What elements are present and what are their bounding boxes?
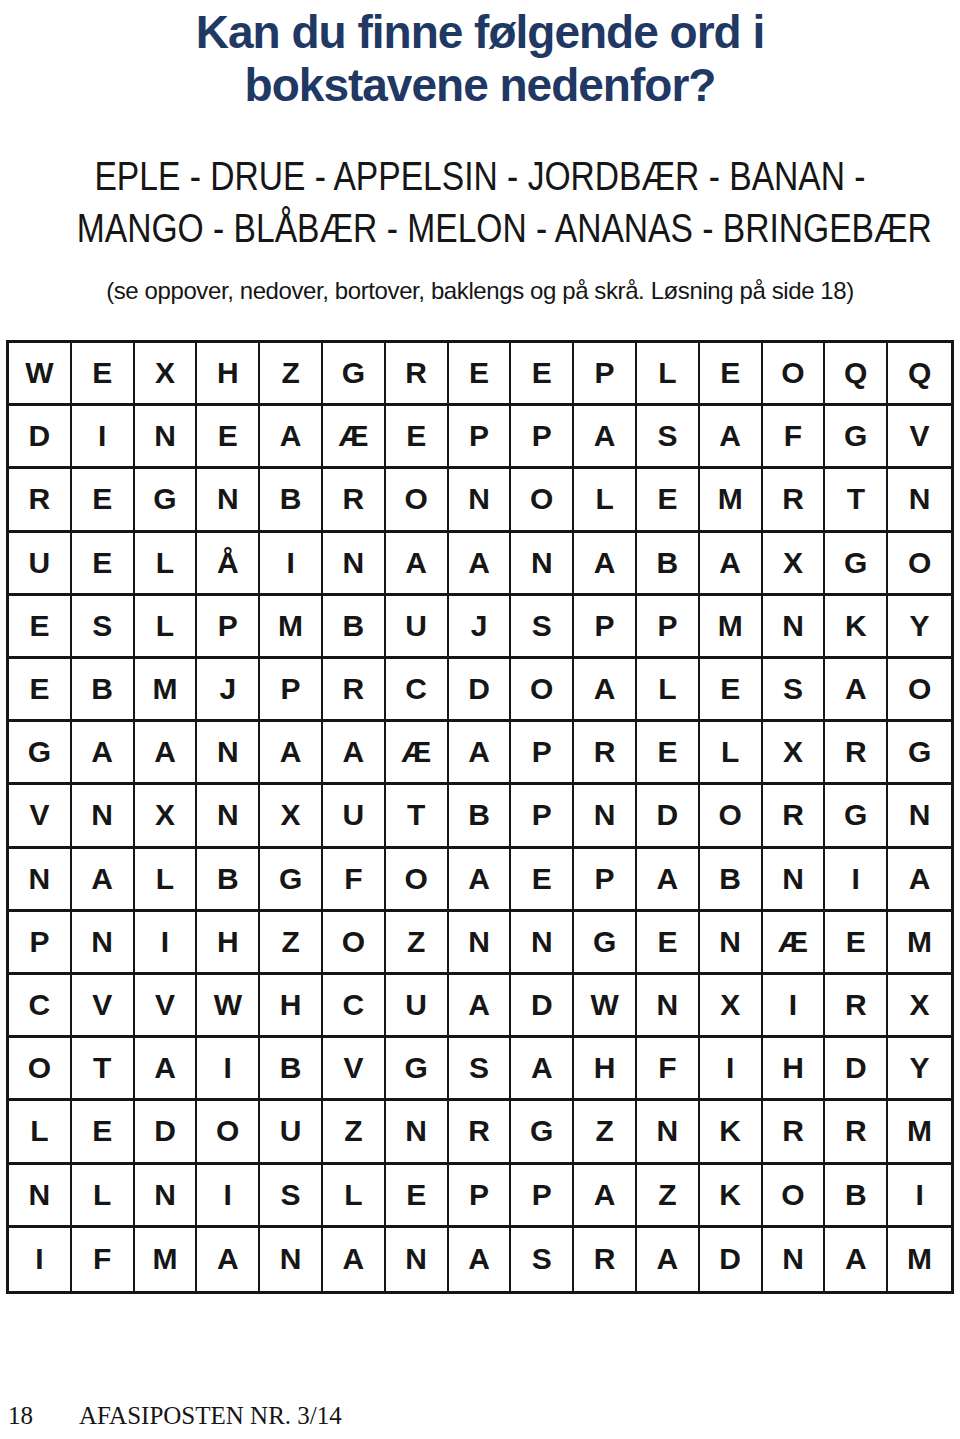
grid-cell-r1c1: W — [9, 343, 72, 406]
grid-cell-r7c1: G — [9, 722, 72, 785]
grid-cell-r11c3: V — [135, 975, 198, 1038]
grid-cell-r5c12: M — [700, 596, 763, 659]
grid-cell-r3c1: R — [9, 469, 72, 532]
grid-cell-r4c10: A — [574, 533, 637, 596]
grid-cell-r6c13: S — [763, 659, 826, 722]
grid-cell-r6c7: C — [386, 659, 449, 722]
grid-cell-r12c2: T — [72, 1038, 135, 1101]
grid-cell-r14c10: A — [574, 1165, 637, 1228]
grid-cell-r11c8: A — [449, 975, 512, 1038]
grid-cell-r9c8: A — [449, 849, 512, 912]
grid-cell-r1c13: O — [763, 343, 826, 406]
grid-cell-r1c6: G — [323, 343, 386, 406]
grid-cell-r5c1: E — [9, 596, 72, 659]
grid-cell-r14c12: K — [700, 1165, 763, 1228]
grid-cell-r3c6: R — [323, 469, 386, 532]
grid-cell-r13c1: L — [9, 1101, 72, 1164]
grid-cell-r6c4: J — [197, 659, 260, 722]
grid-cell-r2c15: V — [888, 406, 951, 469]
grid-cell-r2c14: G — [825, 406, 888, 469]
grid-cell-r12c7: G — [386, 1038, 449, 1101]
grid-cell-r4c5: I — [260, 533, 323, 596]
grid-cell-r9c15: A — [888, 849, 951, 912]
grid-cell-r8c10: N — [574, 785, 637, 848]
grid-cell-r10c11: E — [637, 912, 700, 975]
grid-cell-r10c6: O — [323, 912, 386, 975]
grid-cell-r8c3: X — [135, 785, 198, 848]
grid-cell-r5c5: M — [260, 596, 323, 659]
grid-cell-r7c8: A — [449, 722, 512, 785]
grid-cell-r5c9: S — [511, 596, 574, 659]
grid-cell-r13c9: G — [511, 1101, 574, 1164]
grid-cell-r8c1: V — [9, 785, 72, 848]
grid-cell-r7c9: P — [511, 722, 574, 785]
grid-cell-r1c8: E — [449, 343, 512, 406]
grid-cell-r6c15: O — [888, 659, 951, 722]
grid-cell-r15c11: A — [637, 1228, 700, 1291]
grid-cell-r5c2: S — [72, 596, 135, 659]
grid-cell-r14c1: N — [9, 1165, 72, 1228]
grid-cell-r2c11: S — [637, 406, 700, 469]
grid-cell-r14c9: P — [511, 1165, 574, 1228]
grid-cell-r14c15: I — [888, 1165, 951, 1228]
grid-cell-r5c4: P — [197, 596, 260, 659]
grid-cell-r11c13: I — [763, 975, 826, 1038]
grid-cell-r15c10: R — [574, 1228, 637, 1291]
grid-cell-r15c9: S — [511, 1228, 574, 1291]
grid-cell-r7c14: R — [825, 722, 888, 785]
grid-cell-r7c4: N — [197, 722, 260, 785]
grid-cell-r11c1: C — [9, 975, 72, 1038]
word-search-grid: WEXHZGREEPLEOQQDINEAÆEPPASAFGVREGNBRONOL… — [6, 340, 954, 1294]
grid-cell-r2c7: E — [386, 406, 449, 469]
grid-cell-r2c13: F — [763, 406, 826, 469]
grid-cell-r11c4: W — [197, 975, 260, 1038]
grid-cell-r1c9: E — [511, 343, 574, 406]
grid-cell-r13c12: K — [700, 1101, 763, 1164]
grid-cell-r13c11: N — [637, 1101, 700, 1164]
grid-cell-r5c3: L — [135, 596, 198, 659]
grid-cell-r1c10: P — [574, 343, 637, 406]
grid-cell-r6c10: A — [574, 659, 637, 722]
grid-cell-r2c8: P — [449, 406, 512, 469]
grid-cell-r10c13: Æ — [763, 912, 826, 975]
grid-cell-r10c4: H — [197, 912, 260, 975]
grid-cell-r1c12: E — [700, 343, 763, 406]
footer-page-number: 18 — [8, 1402, 33, 1430]
grid-cell-r4c11: B — [637, 533, 700, 596]
grid-cell-r7c6: A — [323, 722, 386, 785]
grid-cell-r10c12: N — [700, 912, 763, 975]
word-list-line-1: EPLE - DRUE - APPELSIN - JORDBÆR - BANAN… — [77, 150, 883, 202]
grid-cell-r1c2: E — [72, 343, 135, 406]
grid-cell-r6c8: D — [449, 659, 512, 722]
grid-cell-r10c5: Z — [260, 912, 323, 975]
grid-cell-r9c3: L — [135, 849, 198, 912]
grid-cell-r11c15: X — [888, 975, 951, 1038]
grid-cell-r12c10: H — [574, 1038, 637, 1101]
grid-cell-r4c12: A — [700, 533, 763, 596]
grid-cell-r9c4: B — [197, 849, 260, 912]
grid-cell-r14c6: L — [323, 1165, 386, 1228]
grid-cell-r9c13: N — [763, 849, 826, 912]
grid-cell-r5c7: U — [386, 596, 449, 659]
grid-cell-r8c9: P — [511, 785, 574, 848]
grid-cell-r8c5: X — [260, 785, 323, 848]
grid-cell-r15c8: A — [449, 1228, 512, 1291]
grid-cell-r3c5: B — [260, 469, 323, 532]
grid-cell-r13c7: N — [386, 1101, 449, 1164]
grid-cell-r13c8: R — [449, 1101, 512, 1164]
grid-cell-r8c14: G — [825, 785, 888, 848]
grid-cell-r5c13: N — [763, 596, 826, 659]
grid-cell-r9c6: F — [323, 849, 386, 912]
grid-cell-r3c12: M — [700, 469, 763, 532]
grid-cell-r9c11: A — [637, 849, 700, 912]
grid-cell-r12c1: O — [9, 1038, 72, 1101]
grid-cell-r7c3: A — [135, 722, 198, 785]
grid-cell-r13c10: Z — [574, 1101, 637, 1164]
grid-cell-r3c9: O — [511, 469, 574, 532]
grid-cell-r4c8: A — [449, 533, 512, 596]
grid-cell-r3c14: T — [825, 469, 888, 532]
grid-cell-r9c1: N — [9, 849, 72, 912]
grid-cell-r6c5: P — [260, 659, 323, 722]
grid-cell-r14c2: L — [72, 1165, 135, 1228]
grid-cell-r3c15: N — [888, 469, 951, 532]
grid-cell-r11c5: H — [260, 975, 323, 1038]
puzzle-title-line-1: Kan du finne følgende ord i — [0, 6, 960, 59]
grid-cell-r14c4: I — [197, 1165, 260, 1228]
grid-cell-r11c12: X — [700, 975, 763, 1038]
grid-cell-r2c3: N — [135, 406, 198, 469]
grid-cell-r5c6: B — [323, 596, 386, 659]
grid-cell-r11c14: R — [825, 975, 888, 1038]
grid-cell-r8c4: N — [197, 785, 260, 848]
grid-cell-r14c11: Z — [637, 1165, 700, 1228]
grid-cell-r4c4: Å — [197, 533, 260, 596]
grid-cell-r3c3: G — [135, 469, 198, 532]
grid-cell-r10c2: N — [72, 912, 135, 975]
grid-cell-r15c12: D — [700, 1228, 763, 1291]
grid-cell-r2c4: E — [197, 406, 260, 469]
grid-cell-r14c7: E — [386, 1165, 449, 1228]
grid-cell-r12c5: B — [260, 1038, 323, 1101]
grid-cell-r10c10: G — [574, 912, 637, 975]
grid-cell-r9c12: B — [700, 849, 763, 912]
grid-cell-r13c6: Z — [323, 1101, 386, 1164]
grid-cell-r15c14: A — [825, 1228, 888, 1291]
puzzle-title: Kan du finne følgende ord i bokstavene n… — [0, 6, 960, 113]
grid-cell-r10c7: Z — [386, 912, 449, 975]
grid-cell-r15c2: F — [72, 1228, 135, 1291]
grid-cell-r8c13: R — [763, 785, 826, 848]
grid-cell-r5c8: J — [449, 596, 512, 659]
grid-cell-r7c10: R — [574, 722, 637, 785]
grid-cell-r12c15: Y — [888, 1038, 951, 1101]
grid-cell-r8c11: D — [637, 785, 700, 848]
grid-cell-r11c7: U — [386, 975, 449, 1038]
grid-cell-r14c13: O — [763, 1165, 826, 1228]
grid-cell-r1c5: Z — [260, 343, 323, 406]
grid-cell-r12c9: A — [511, 1038, 574, 1101]
grid-cell-r6c2: B — [72, 659, 135, 722]
grid-cell-r8c12: O — [700, 785, 763, 848]
grid-cell-r4c15: O — [888, 533, 951, 596]
grid-cell-r8c8: B — [449, 785, 512, 848]
grid-cell-r5c15: Y — [888, 596, 951, 659]
grid-cell-r9c14: I — [825, 849, 888, 912]
grid-cell-r12c11: F — [637, 1038, 700, 1101]
grid-cell-r8c2: N — [72, 785, 135, 848]
grid-cell-r7c7: Æ — [386, 722, 449, 785]
footer-publication: AFASIPOSTEN NR. 3/14 — [79, 1402, 342, 1430]
grid-cell-r12c12: I — [700, 1038, 763, 1101]
grid-cell-r5c11: P — [637, 596, 700, 659]
grid-cell-r10c15: M — [888, 912, 951, 975]
grid-cell-r8c6: U — [323, 785, 386, 848]
grid-cell-r6c3: M — [135, 659, 198, 722]
grid-cell-r6c1: E — [9, 659, 72, 722]
grid-cell-r5c10: P — [574, 596, 637, 659]
grid-cell-r2c9: P — [511, 406, 574, 469]
grid-cell-r15c15: M — [888, 1228, 951, 1291]
grid-cell-r12c6: V — [323, 1038, 386, 1101]
grid-cell-r11c2: V — [72, 975, 135, 1038]
grid-cell-r7c15: G — [888, 722, 951, 785]
grid-cell-r14c5: S — [260, 1165, 323, 1228]
word-list: EPLE - DRUE - APPELSIN - JORDBÆR - BANAN… — [0, 150, 960, 254]
grid-cell-r4c9: N — [511, 533, 574, 596]
grid-cell-r13c3: D — [135, 1101, 198, 1164]
grid-cell-r13c4: O — [197, 1101, 260, 1164]
grid-cell-r3c2: E — [72, 469, 135, 532]
grid-cell-r15c3: M — [135, 1228, 198, 1291]
grid-cell-r3c7: O — [386, 469, 449, 532]
grid-cell-r2c1: D — [9, 406, 72, 469]
grid-cell-r15c4: A — [197, 1228, 260, 1291]
grid-cell-r7c12: L — [700, 722, 763, 785]
grid-cell-r12c14: D — [825, 1038, 888, 1101]
grid-cell-r7c11: E — [637, 722, 700, 785]
grid-cell-r6c11: L — [637, 659, 700, 722]
grid-cell-r10c9: N — [511, 912, 574, 975]
puzzle-title-line-2: bokstavene nedenfor? — [0, 59, 960, 112]
grid-cell-r15c7: N — [386, 1228, 449, 1291]
grid-cell-r9c7: O — [386, 849, 449, 912]
grid-cell-r3c13: R — [763, 469, 826, 532]
grid-cell-r6c9: O — [511, 659, 574, 722]
grid-cell-r2c5: A — [260, 406, 323, 469]
grid-cell-r13c2: E — [72, 1101, 135, 1164]
grid-cell-r9c5: G — [260, 849, 323, 912]
grid-cell-r12c4: I — [197, 1038, 260, 1101]
grid-cell-r12c3: A — [135, 1038, 198, 1101]
grid-cell-r5c14: K — [825, 596, 888, 659]
word-list-line-2: MANGO - BLÅBÆR - MELON - ANANAS - BRINGE… — [77, 202, 883, 254]
grid-cell-r2c10: A — [574, 406, 637, 469]
grid-cell-r15c5: N — [260, 1228, 323, 1291]
grid-cell-r4c14: G — [825, 533, 888, 596]
grid-cell-r6c12: E — [700, 659, 763, 722]
grid-cell-r7c13: X — [763, 722, 826, 785]
grid-cell-r11c10: W — [574, 975, 637, 1038]
grid-cell-r8c7: T — [386, 785, 449, 848]
grid-cell-r10c3: I — [135, 912, 198, 975]
grid-cell-r1c4: H — [197, 343, 260, 406]
grid-cell-r6c6: R — [323, 659, 386, 722]
grid-cell-r11c9: D — [511, 975, 574, 1038]
grid-cell-r13c14: R — [825, 1101, 888, 1164]
grid-cell-r13c13: R — [763, 1101, 826, 1164]
grid-cell-r1c11: L — [637, 343, 700, 406]
page-footer: 18 AFASIPOSTEN NR. 3/14 — [8, 1402, 952, 1430]
grid-cell-r10c14: E — [825, 912, 888, 975]
grid-cell-r12c13: H — [763, 1038, 826, 1101]
grid-cell-r7c5: A — [260, 722, 323, 785]
grid-cell-r6c14: A — [825, 659, 888, 722]
grid-cell-r3c10: L — [574, 469, 637, 532]
grid-cell-r4c6: N — [323, 533, 386, 596]
grid-cell-r10c8: N — [449, 912, 512, 975]
grid-cell-r14c8: P — [449, 1165, 512, 1228]
grid-cell-r14c3: N — [135, 1165, 198, 1228]
grid-cell-r11c11: N — [637, 975, 700, 1038]
grid-cell-r3c11: E — [637, 469, 700, 532]
grid-cell-r4c2: E — [72, 533, 135, 596]
grid-cell-r4c13: X — [763, 533, 826, 596]
grid-cell-r10c1: P — [9, 912, 72, 975]
grid-cell-r3c8: N — [449, 469, 512, 532]
grid-cell-r9c9: E — [511, 849, 574, 912]
grid-cell-r2c12: A — [700, 406, 763, 469]
grid-cell-r8c15: N — [888, 785, 951, 848]
grid-cell-r4c3: L — [135, 533, 198, 596]
grid-cell-r13c5: U — [260, 1101, 323, 1164]
grid-cell-r2c6: Æ — [323, 406, 386, 469]
grid-cell-r4c7: A — [386, 533, 449, 596]
grid-cell-r1c15: Q — [888, 343, 951, 406]
grid-cell-r4c1: U — [9, 533, 72, 596]
grid-cell-r7c2: A — [72, 722, 135, 785]
grid-cell-r12c8: S — [449, 1038, 512, 1101]
grid-cell-r1c7: R — [386, 343, 449, 406]
grid-cell-r9c10: P — [574, 849, 637, 912]
grid-cell-r1c14: Q — [825, 343, 888, 406]
grid-cell-r15c1: I — [9, 1228, 72, 1291]
grid-cell-r14c14: B — [825, 1165, 888, 1228]
grid-cell-r9c2: A — [72, 849, 135, 912]
grid-cell-r2c2: I — [72, 406, 135, 469]
grid-cell-r11c6: C — [323, 975, 386, 1038]
grid-cell-r13c15: M — [888, 1101, 951, 1164]
instructions-note: (se oppover, nedover, bortover, baklengs… — [0, 277, 960, 305]
grid-cell-r1c3: X — [135, 343, 198, 406]
grid-cell-r15c13: N — [763, 1228, 826, 1291]
grid-cell-r15c6: A — [323, 1228, 386, 1291]
grid-cell-r3c4: N — [197, 469, 260, 532]
magazine-page: Kan du finne følgende ord i bokstavene n… — [0, 0, 960, 1439]
